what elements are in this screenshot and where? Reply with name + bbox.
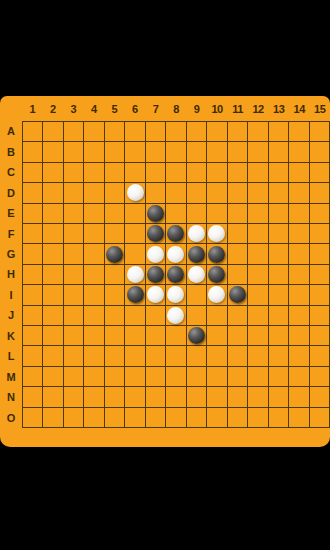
cell-F13[interactable] [269,224,289,244]
black-stone [106,246,123,263]
column-label-15: 15 [309,98,330,119]
cell-C8[interactable] [166,163,186,183]
column-label-6: 6 [125,98,146,119]
cell-E10[interactable] [207,204,227,224]
cell-G7[interactable] [146,244,166,264]
cell-D14[interactable] [289,183,309,203]
cell-K10[interactable] [207,326,227,346]
cell-K13[interactable] [269,326,289,346]
cell-L11[interactable] [228,346,248,366]
cell-K2[interactable] [43,326,63,346]
cell-C2[interactable] [43,163,63,183]
white-stone [147,286,164,303]
cell-C14[interactable] [289,163,309,183]
cell-L10[interactable] [207,346,227,366]
cell-N1[interactable] [23,387,43,407]
cell-C4[interactable] [84,163,104,183]
cell-O8[interactable] [166,408,186,428]
cell-H6[interactable] [125,265,145,285]
cell-F7[interactable] [146,224,166,244]
cell-J5[interactable] [105,306,125,326]
cell-D11[interactable] [228,183,248,203]
cell-I15[interactable] [310,285,330,305]
cell-A3[interactable] [64,122,84,142]
row-label-F: F [0,223,22,243]
cell-M4[interactable] [84,367,104,387]
cell-C9[interactable] [187,163,207,183]
cell-E9[interactable] [187,204,207,224]
cell-J14[interactable] [289,306,309,326]
row-label-E: E [0,203,22,223]
black-stone [167,266,184,283]
row-label-B: B [0,141,22,161]
cell-G2[interactable] [43,244,63,264]
cell-H15[interactable] [310,265,330,285]
row-label-O: O [0,408,22,428]
column-labels: 123456789101112131415 [22,98,330,119]
column-label-11: 11 [227,98,248,119]
cell-M9[interactable] [187,367,207,387]
cell-A9[interactable] [187,122,207,142]
cell-B11[interactable] [228,142,248,162]
column-label-5: 5 [104,98,125,119]
cell-B5[interactable] [105,142,125,162]
cell-O11[interactable] [228,408,248,428]
cell-O6[interactable] [125,408,145,428]
cell-G6[interactable] [125,244,145,264]
cell-E5[interactable] [105,204,125,224]
cell-M7[interactable] [146,367,166,387]
cell-G15[interactable] [310,244,330,264]
cell-C1[interactable] [23,163,43,183]
cell-C3[interactable] [64,163,84,183]
cell-J15[interactable] [310,306,330,326]
cell-J13[interactable] [269,306,289,326]
cell-J8[interactable] [166,306,186,326]
cell-J6[interactable] [125,306,145,326]
cell-K8[interactable] [166,326,186,346]
cell-M12[interactable] [248,367,268,387]
cell-G4[interactable] [84,244,104,264]
cell-L13[interactable] [269,346,289,366]
cell-F5[interactable] [105,224,125,244]
cell-N11[interactable] [228,387,248,407]
cell-L8[interactable] [166,346,186,366]
cell-E14[interactable] [289,204,309,224]
cell-F2[interactable] [43,224,63,244]
cell-H1[interactable] [23,265,43,285]
cell-K1[interactable] [23,326,43,346]
cell-A5[interactable] [105,122,125,142]
cell-K4[interactable] [84,326,104,346]
cell-I6[interactable] [125,285,145,305]
cell-D5[interactable] [105,183,125,203]
cell-M13[interactable] [269,367,289,387]
cell-M15[interactable] [310,367,330,387]
cell-M10[interactable] [207,367,227,387]
game-board-panel: 123456789101112131415 ABCDEFGHIJKLMNO [0,96,330,447]
white-stone [127,184,144,201]
cell-F11[interactable] [228,224,248,244]
cell-H7[interactable] [146,265,166,285]
cell-M14[interactable] [289,367,309,387]
cell-E4[interactable] [84,204,104,224]
cell-F3[interactable] [64,224,84,244]
white-stone [127,266,144,283]
cell-H3[interactable] [64,265,84,285]
cell-B3[interactable] [64,142,84,162]
cell-G5[interactable] [105,244,125,264]
column-label-4: 4 [84,98,105,119]
cell-D1[interactable] [23,183,43,203]
cell-N15[interactable] [310,387,330,407]
board-grid [22,121,330,428]
column-label-9: 9 [186,98,207,119]
cell-N5[interactable] [105,387,125,407]
cell-B7[interactable] [146,142,166,162]
cell-A6[interactable] [125,122,145,142]
cell-M8[interactable] [166,367,186,387]
cell-L3[interactable] [64,346,84,366]
row-label-M: M [0,367,22,387]
column-label-10: 10 [207,98,228,119]
cell-E3[interactable] [64,204,84,224]
cell-B13[interactable] [269,142,289,162]
black-stone [188,327,205,344]
cell-G8[interactable] [166,244,186,264]
white-stone [208,225,225,242]
column-label-8: 8 [166,98,187,119]
column-label-2: 2 [43,98,64,119]
cell-H8[interactable] [166,265,186,285]
cell-K14[interactable] [289,326,309,346]
cell-F8[interactable] [166,224,186,244]
cell-B6[interactable] [125,142,145,162]
cell-E2[interactable] [43,204,63,224]
cell-B12[interactable] [248,142,268,162]
cell-A10[interactable] [207,122,227,142]
cell-K11[interactable] [228,326,248,346]
white-stone [167,246,184,263]
cell-N3[interactable] [64,387,84,407]
white-stone [167,286,184,303]
cell-H14[interactable] [289,265,309,285]
cell-F1[interactable] [23,224,43,244]
cell-F10[interactable] [207,224,227,244]
white-stone [208,286,225,303]
black-stone [208,266,225,283]
black-stone [208,246,225,263]
cell-L15[interactable] [310,346,330,366]
cell-O12[interactable] [248,408,268,428]
cell-M6[interactable] [125,367,145,387]
column-label-12: 12 [248,98,269,119]
cell-N7[interactable] [146,387,166,407]
column-label-14: 14 [289,98,310,119]
cell-I10[interactable] [207,285,227,305]
cell-O7[interactable] [146,408,166,428]
white-stone [188,266,205,283]
cell-M2[interactable] [43,367,63,387]
row-label-L: L [0,346,22,366]
cell-D9[interactable] [187,183,207,203]
cell-J2[interactable] [43,306,63,326]
column-label-13: 13 [268,98,289,119]
row-label-I: I [0,285,22,305]
cell-B9[interactable] [187,142,207,162]
cell-G10[interactable] [207,244,227,264]
cell-C7[interactable] [146,163,166,183]
cell-L6[interactable] [125,346,145,366]
cell-J9[interactable] [187,306,207,326]
cell-K15[interactable] [310,326,330,346]
row-label-J: J [0,305,22,325]
cell-G11[interactable] [228,244,248,264]
cell-E7[interactable] [146,204,166,224]
cell-K3[interactable] [64,326,84,346]
cell-A1[interactable] [23,122,43,142]
cell-K7[interactable] [146,326,166,346]
row-label-G: G [0,244,22,264]
cell-I11[interactable] [228,285,248,305]
cell-D4[interactable] [84,183,104,203]
cell-N13[interactable] [269,387,289,407]
cell-D3[interactable] [64,183,84,203]
cell-I9[interactable] [187,285,207,305]
cell-G1[interactable] [23,244,43,264]
black-stone [127,286,144,303]
cell-N4[interactable] [84,387,104,407]
cell-E13[interactable] [269,204,289,224]
cell-L9[interactable] [187,346,207,366]
cell-B15[interactable] [310,142,330,162]
cell-F4[interactable] [84,224,104,244]
cell-A11[interactable] [228,122,248,142]
row-label-D: D [0,182,22,202]
cell-N12[interactable] [248,387,268,407]
cell-H13[interactable] [269,265,289,285]
cell-I13[interactable] [269,285,289,305]
cell-I5[interactable] [105,285,125,305]
cell-G3[interactable] [64,244,84,264]
cell-F6[interactable] [125,224,145,244]
cell-C5[interactable] [105,163,125,183]
cell-N14[interactable] [289,387,309,407]
cell-L4[interactable] [84,346,104,366]
cell-I4[interactable] [84,285,104,305]
cell-I8[interactable] [166,285,186,305]
cell-I12[interactable] [248,285,268,305]
cell-C6[interactable] [125,163,145,183]
cell-N8[interactable] [166,387,186,407]
cell-O15[interactable] [310,408,330,428]
cell-H10[interactable] [207,265,227,285]
cell-I3[interactable] [64,285,84,305]
cell-M11[interactable] [228,367,248,387]
row-label-N: N [0,387,22,407]
cell-I1[interactable] [23,285,43,305]
cell-L1[interactable] [23,346,43,366]
black-stone [147,266,164,283]
cell-A7[interactable] [146,122,166,142]
cell-E8[interactable] [166,204,186,224]
cell-J12[interactable] [248,306,268,326]
cell-O14[interactable] [289,408,309,428]
cell-K6[interactable] [125,326,145,346]
cell-L14[interactable] [289,346,309,366]
cell-E1[interactable] [23,204,43,224]
cell-L12[interactable] [248,346,268,366]
cell-O4[interactable] [84,408,104,428]
cell-L5[interactable] [105,346,125,366]
cell-A14[interactable] [289,122,309,142]
cell-N2[interactable] [43,387,63,407]
cell-C13[interactable] [269,163,289,183]
cell-C10[interactable] [207,163,227,183]
cell-D13[interactable] [269,183,289,203]
cell-D10[interactable] [207,183,227,203]
cell-A15[interactable] [310,122,330,142]
black-stone [167,225,184,242]
cell-B1[interactable] [23,142,43,162]
cell-I2[interactable] [43,285,63,305]
cell-H11[interactable] [228,265,248,285]
cell-H4[interactable] [84,265,104,285]
cell-E15[interactable] [310,204,330,224]
cell-E12[interactable] [248,204,268,224]
cell-F9[interactable] [187,224,207,244]
cell-E11[interactable] [228,204,248,224]
black-stone [229,286,246,303]
cell-D15[interactable] [310,183,330,203]
cell-L7[interactable] [146,346,166,366]
cell-J11[interactable] [228,306,248,326]
cell-O13[interactable] [269,408,289,428]
cell-M1[interactable] [23,367,43,387]
cell-J7[interactable] [146,306,166,326]
white-stone [167,307,184,324]
cell-B10[interactable] [207,142,227,162]
column-label-3: 3 [63,98,84,119]
cell-M3[interactable] [64,367,84,387]
row-label-C: C [0,162,22,182]
cell-H9[interactable] [187,265,207,285]
cell-N6[interactable] [125,387,145,407]
cell-K9[interactable] [187,326,207,346]
cell-B8[interactable] [166,142,186,162]
cell-H5[interactable] [105,265,125,285]
row-label-A: A [0,121,22,141]
row-label-K: K [0,326,22,346]
cell-J4[interactable] [84,306,104,326]
cell-B2[interactable] [43,142,63,162]
cell-O5[interactable] [105,408,125,428]
column-label-1: 1 [22,98,43,119]
cell-A8[interactable] [166,122,186,142]
row-label-H: H [0,264,22,284]
cell-O1[interactable] [23,408,43,428]
cell-M5[interactable] [105,367,125,387]
black-stone [188,246,205,263]
cell-H12[interactable] [248,265,268,285]
cell-A12[interactable] [248,122,268,142]
cell-G13[interactable] [269,244,289,264]
cell-J3[interactable] [64,306,84,326]
cell-F14[interactable] [289,224,309,244]
cell-B14[interactable] [289,142,309,162]
cell-F12[interactable] [248,224,268,244]
column-label-7: 7 [145,98,166,119]
cell-O9[interactable] [187,408,207,428]
cell-O3[interactable] [64,408,84,428]
black-stone [147,225,164,242]
cell-G12[interactable] [248,244,268,264]
white-stone [188,225,205,242]
cell-C11[interactable] [228,163,248,183]
cell-F15[interactable] [310,224,330,244]
cell-J10[interactable] [207,306,227,326]
cell-C15[interactable] [310,163,330,183]
cell-N9[interactable] [187,387,207,407]
cell-C12[interactable] [248,163,268,183]
cell-A13[interactable] [269,122,289,142]
cell-D2[interactable] [43,183,63,203]
cell-A4[interactable] [84,122,104,142]
cell-K12[interactable] [248,326,268,346]
cell-D6[interactable] [125,183,145,203]
white-stone [147,246,164,263]
cell-E6[interactable] [125,204,145,224]
cell-J1[interactable] [23,306,43,326]
cell-B4[interactable] [84,142,104,162]
row-labels: ABCDEFGHIJKLMNO [0,121,22,428]
cell-D12[interactable] [248,183,268,203]
cell-G9[interactable] [187,244,207,264]
cell-I14[interactable] [289,285,309,305]
cell-O10[interactable] [207,408,227,428]
cell-N10[interactable] [207,387,227,407]
cell-K5[interactable] [105,326,125,346]
black-stone [147,205,164,222]
phone-screen: 123456789101112131415 ABCDEFGHIJKLMNO [0,0,330,550]
cell-D7[interactable] [146,183,166,203]
cell-L2[interactable] [43,346,63,366]
cell-I7[interactable] [146,285,166,305]
cell-A2[interactable] [43,122,63,142]
cell-G14[interactable] [289,244,309,264]
cell-H2[interactable] [43,265,63,285]
cell-D8[interactable] [166,183,186,203]
cell-O2[interactable] [43,408,63,428]
